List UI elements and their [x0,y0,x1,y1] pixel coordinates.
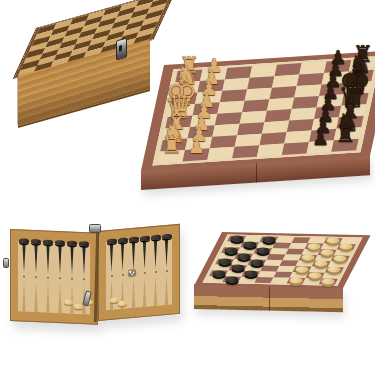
checkers-pieces-layer [0,0,375,375]
hinge-line [269,286,271,311]
checkers-board [194,232,370,288]
checkers-board-inlay [202,235,362,286]
checkers-board-front-edge [194,284,343,312]
checkers-board-squares [206,236,359,285]
board-square [319,278,338,284]
checkers-scene [0,0,375,375]
product-photo-collage: ♜♞♝♛♚♝♞♜♟♟♟♟♟♟♟♟♟♟♟♟♟♟♟♟♜♞♝♛♚♝♞♜ [0,0,375,375]
